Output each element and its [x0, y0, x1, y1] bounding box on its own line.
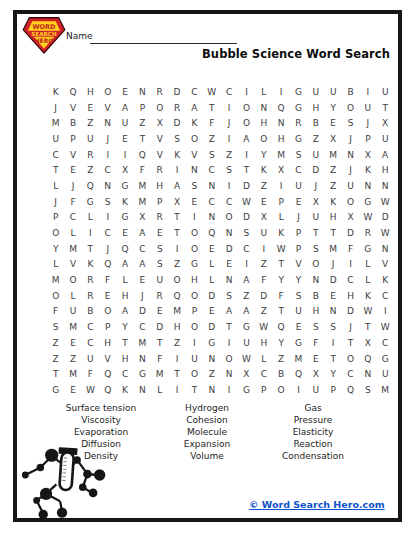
grid-cell[interactable]: J — [290, 210, 307, 226]
grid-cell[interactable]: V — [151, 147, 168, 163]
grid-cell[interactable]: H — [307, 304, 324, 320]
grid-cell[interactable]: I — [238, 147, 255, 163]
grid-cell[interactable]: J — [64, 178, 81, 194]
grid-cell[interactable]: Q — [64, 84, 81, 100]
grid-cell[interactable]: G — [47, 382, 64, 398]
grid-cell[interactable]: O — [64, 272, 81, 288]
grid-cell[interactable]: C — [82, 319, 99, 335]
grid-cell[interactable]: X — [377, 115, 394, 131]
grid-cell[interactable]: C — [134, 319, 151, 335]
grid-cell[interactable]: Z — [47, 351, 64, 367]
grid-cell[interactable]: O — [151, 100, 168, 116]
grid-cell[interactable]: U — [64, 304, 81, 320]
grid-cell[interactable]: O — [99, 304, 116, 320]
grid-cell[interactable]: F — [151, 351, 168, 367]
grid-cell[interactable]: M — [290, 351, 307, 367]
grid-cell[interactable]: H — [255, 335, 272, 351]
grid-cell[interactable]: P — [290, 225, 307, 241]
grid-cell[interactable]: Q — [99, 366, 116, 382]
grid-cell[interactable]: M — [377, 382, 394, 398]
grid-cell[interactable]: L — [64, 288, 81, 304]
grid-cell[interactable]: S — [47, 319, 64, 335]
grid-cell[interactable]: C — [99, 225, 116, 241]
grid-cell[interactable]: K — [116, 194, 133, 210]
grid-cell[interactable]: O — [272, 382, 289, 398]
grid-cell[interactable]: E — [290, 319, 307, 335]
grid-cell[interactable]: L — [64, 225, 81, 241]
grid-cell[interactable]: D — [134, 304, 151, 320]
grid-cell[interactable]: O — [342, 194, 359, 210]
grid-cell[interactable]: C — [203, 162, 220, 178]
grid-cell[interactable]: N — [220, 366, 237, 382]
grid-cell[interactable]: W — [82, 382, 99, 398]
grid-cell[interactable]: F — [272, 288, 289, 304]
grid-cell[interactable]: M — [272, 147, 289, 163]
grid-cell[interactable]: S — [325, 319, 342, 335]
grid-cell[interactable]: X — [307, 366, 324, 382]
grid-cell[interactable]: U — [82, 131, 99, 147]
grid-cell[interactable]: I — [238, 84, 255, 100]
grid-cell[interactable]: O — [220, 351, 237, 367]
grid-cell[interactable]: V — [290, 257, 307, 273]
grid-cell[interactable]: U — [151, 272, 168, 288]
grid-cell[interactable]: O — [186, 225, 203, 241]
grid-cell[interactable]: A — [116, 100, 133, 116]
grid-cell[interactable]: E — [134, 272, 151, 288]
grid-cell[interactable]: C — [377, 335, 394, 351]
grid-cell[interactable]: U — [325, 84, 342, 100]
grid-cell[interactable]: G — [238, 382, 255, 398]
grid-cell[interactable]: X — [255, 210, 272, 226]
grid-cell[interactable]: K — [168, 147, 185, 163]
grid-cell[interactable]: X — [151, 115, 168, 131]
grid-cell[interactable]: O — [186, 131, 203, 147]
grid-cell[interactable]: J — [342, 131, 359, 147]
grid-cell[interactable]: T — [342, 335, 359, 351]
grid-cell[interactable]: V — [377, 257, 394, 273]
grid-cell[interactable]: Q — [99, 257, 116, 273]
grid-cell[interactable]: A — [238, 304, 255, 320]
grid-cell[interactable]: N — [203, 210, 220, 226]
grid-cell[interactable]: L — [255, 84, 272, 100]
grid-cell[interactable]: P — [151, 194, 168, 210]
grid-cell[interactable]: U — [307, 382, 324, 398]
grid-cell[interactable]: I — [168, 382, 185, 398]
grid-cell[interactable]: Z — [82, 162, 99, 178]
grid-cell[interactable]: E — [203, 241, 220, 257]
grid-cell[interactable]: Q — [168, 288, 185, 304]
grid-cell[interactable]: T — [168, 225, 185, 241]
grid-cell[interactable]: X — [116, 162, 133, 178]
grid-cell[interactable]: V — [64, 257, 81, 273]
grid-cell[interactable]: N — [134, 382, 151, 398]
grid-cell[interactable]: D — [168, 115, 185, 131]
grid-cell[interactable]: T — [151, 335, 168, 351]
grid-cell[interactable]: G — [238, 319, 255, 335]
grid-cell[interactable]: G — [290, 84, 307, 100]
grid-cell[interactable]: Z — [64, 351, 81, 367]
grid-cell[interactable]: I — [220, 178, 237, 194]
grid-cell[interactable]: F — [99, 272, 116, 288]
grid-cell[interactable]: A — [238, 131, 255, 147]
grid-cell[interactable]: G — [203, 335, 220, 351]
grid-cell[interactable]: G — [116, 178, 133, 194]
grid-cell[interactable]: S — [307, 241, 324, 257]
grid-cell[interactable]: G — [290, 131, 307, 147]
grid-cell[interactable]: E — [255, 194, 272, 210]
grid-cell[interactable]: S — [307, 319, 324, 335]
grid-cell[interactable]: A — [186, 100, 203, 116]
grid-cell[interactable]: Q — [99, 382, 116, 398]
grid-cell[interactable]: R — [290, 115, 307, 131]
grid-cell[interactable]: E — [64, 382, 81, 398]
grid-cell[interactable]: W — [377, 319, 394, 335]
grid-cell[interactable]: K — [377, 272, 394, 288]
grid-cell[interactable]: O — [186, 319, 203, 335]
grid-cell[interactable]: H — [116, 288, 133, 304]
grid-cell[interactable]: D — [238, 210, 255, 226]
grid-cell[interactable]: Z — [307, 131, 324, 147]
grid-cell[interactable]: M — [64, 319, 81, 335]
grid-cell[interactable]: T — [307, 225, 324, 241]
grid-cell[interactable]: C — [220, 194, 237, 210]
grid-cell[interactable]: W — [377, 194, 394, 210]
grid-cell[interactable]: I — [255, 241, 272, 257]
grid-cell[interactable]: G — [377, 351, 394, 367]
grid-cell[interactable]: P — [272, 194, 289, 210]
grid-cell[interactable]: U — [359, 100, 376, 116]
grid-cell[interactable]: V — [186, 147, 203, 163]
grid-cell[interactable]: X — [238, 366, 255, 382]
grid-cell[interactable]: N — [255, 100, 272, 116]
grid-cell[interactable]: H — [151, 178, 168, 194]
grid-cell[interactable]: T — [325, 351, 342, 367]
grid-cell[interactable]: V — [99, 351, 116, 367]
grid-cell[interactable]: A — [168, 178, 185, 194]
grid-cell[interactable]: F — [255, 272, 272, 288]
grid-cell[interactable]: E — [290, 194, 307, 210]
grid-cell[interactable]: U — [307, 84, 324, 100]
grid-cell[interactable]: X — [342, 210, 359, 226]
grid-cell[interactable]: Q — [290, 366, 307, 382]
grid-cell[interactable]: I — [272, 84, 289, 100]
grid-cell[interactable]: K — [116, 382, 133, 398]
grid-cell[interactable]: C — [116, 366, 133, 382]
grid-cell[interactable]: M — [134, 194, 151, 210]
grid-cell[interactable]: C — [220, 84, 237, 100]
grid-cell[interactable]: N — [359, 366, 376, 382]
grid-cell[interactable]: I — [116, 147, 133, 163]
grid-cell[interactable]: D — [342, 225, 359, 241]
grid-cell[interactable]: S — [220, 288, 237, 304]
grid-cell[interactable]: A — [220, 304, 237, 320]
grid-cell[interactable]: Q — [272, 100, 289, 116]
grid-cell[interactable]: V — [64, 147, 81, 163]
grid-cell[interactable]: S — [203, 147, 220, 163]
grid-cell[interactable]: N — [325, 304, 342, 320]
grid-cell[interactable]: O — [47, 288, 64, 304]
grid-cell[interactable]: U — [116, 115, 133, 131]
grid-cell[interactable]: G — [82, 194, 99, 210]
grid-cell[interactable]: M — [134, 178, 151, 194]
grid-cell[interactable]: W — [255, 319, 272, 335]
grid-cell[interactable]: N — [186, 162, 203, 178]
grid-cell[interactable]: B — [307, 288, 324, 304]
grid-cell[interactable]: F — [47, 304, 64, 320]
grid-cell[interactable]: A — [238, 272, 255, 288]
grid-cell[interactable]: N — [203, 382, 220, 398]
grid-cell[interactable]: Y — [325, 366, 342, 382]
grid-cell[interactable]: N — [272, 115, 289, 131]
grid-cell[interactable]: H — [255, 115, 272, 131]
grid-cell[interactable]: L — [82, 210, 99, 226]
grid-cell[interactable]: E — [64, 162, 81, 178]
grid-cell[interactable]: L — [47, 178, 64, 194]
grid-cell[interactable]: Z — [82, 115, 99, 131]
grid-cell[interactable]: I — [377, 304, 394, 320]
grid-cell[interactable]: O — [186, 288, 203, 304]
grid-cell[interactable]: M — [325, 147, 342, 163]
grid-cell[interactable]: J — [99, 131, 116, 147]
grid-cell[interactable]: O — [238, 100, 255, 116]
grid-cell[interactable]: I — [168, 351, 185, 367]
grid-cell[interactable]: L — [151, 382, 168, 398]
grid-cell[interactable]: N — [359, 178, 376, 194]
grid-cell[interactable]: Z — [134, 115, 151, 131]
grid-cell[interactable]: Z — [255, 304, 272, 320]
grid-cell[interactable]: D — [255, 288, 272, 304]
grid-cell[interactable]: X — [307, 194, 324, 210]
grid-cell[interactable]: J — [99, 241, 116, 257]
grid-cell[interactable]: U — [377, 366, 394, 382]
grid-cell[interactable]: H — [82, 84, 99, 100]
grid-cell[interactable]: N — [134, 84, 151, 100]
grid-cell[interactable]: E — [203, 304, 220, 320]
grid-cell[interactable]: U — [186, 351, 203, 367]
grid-cell[interactable]: K — [186, 115, 203, 131]
grid-cell[interactable]: Z — [325, 162, 342, 178]
grid-cell[interactable]: K — [82, 257, 99, 273]
grid-cell[interactable]: B — [82, 304, 99, 320]
grid-cell[interactable]: T — [168, 210, 185, 226]
grid-cell[interactable]: T — [186, 382, 203, 398]
grid-cell[interactable]: Z — [203, 366, 220, 382]
grid-cell[interactable]: W — [203, 84, 220, 100]
grid-cell[interactable]: C — [186, 84, 203, 100]
grid-cell[interactable]: U — [290, 178, 307, 194]
grid-cell[interactable]: M — [325, 241, 342, 257]
grid-cell[interactable]: T — [272, 304, 289, 320]
grid-cell[interactable]: G — [359, 241, 376, 257]
grid-cell[interactable]: O — [342, 100, 359, 116]
grid-cell[interactable]: N — [99, 178, 116, 194]
grid-cell[interactable]: Y — [290, 272, 307, 288]
grid-cell[interactable]: U — [342, 178, 359, 194]
grid-cell[interactable]: T — [203, 100, 220, 116]
grid-cell[interactable]: J — [47, 194, 64, 210]
grid-cell[interactable]: Z — [47, 335, 64, 351]
grid-cell[interactable]: H — [272, 131, 289, 147]
grid-cell[interactable]: J — [342, 319, 359, 335]
grid-cell[interactable]: C — [342, 272, 359, 288]
grid-cell[interactable]: C — [203, 194, 220, 210]
grid-cell[interactable]: S — [238, 225, 255, 241]
grid-cell[interactable]: I — [186, 335, 203, 351]
grid-cell[interactable]: E — [151, 304, 168, 320]
grid-cell[interactable]: U — [290, 304, 307, 320]
grid-cell[interactable]: C — [64, 210, 81, 226]
grid-cell[interactable]: G — [359, 194, 376, 210]
grid-cell[interactable]: D — [151, 319, 168, 335]
grid-cell[interactable]: Q — [134, 147, 151, 163]
grid-cell[interactable]: Z — [325, 178, 342, 194]
grid-cell[interactable]: V — [64, 100, 81, 116]
grid-cell[interactable]: F — [82, 366, 99, 382]
grid-cell[interactable]: U — [255, 225, 272, 241]
grid-cell[interactable]: H — [307, 100, 324, 116]
grid-cell[interactable]: C — [82, 335, 99, 351]
grid-cell[interactable]: U — [377, 131, 394, 147]
grid-cell[interactable]: P — [99, 319, 116, 335]
grid-cell[interactable]: D — [325, 272, 342, 288]
word-search-hero-link[interactable]: © Word Search Hero.com — [249, 499, 385, 510]
grid-cell[interactable]: X — [272, 162, 289, 178]
grid-cell[interactable]: V — [99, 100, 116, 116]
grid-cell[interactable]: P — [359, 131, 376, 147]
grid-cell[interactable]: T — [238, 162, 255, 178]
grid-cell[interactable]: Y — [255, 147, 272, 163]
grid-cell[interactable]: X — [325, 131, 342, 147]
grid-cell[interactable]: T — [359, 319, 376, 335]
grid-cell[interactable]: B — [342, 84, 359, 100]
grid-cell[interactable]: N — [377, 241, 394, 257]
grid-cell[interactable]: H — [325, 210, 342, 226]
grid-cell[interactable]: M — [47, 272, 64, 288]
grid-cell[interactable]: X — [359, 147, 376, 163]
grid-cell[interactable]: C — [377, 288, 394, 304]
grid-cell[interactable]: K — [272, 225, 289, 241]
grid-cell[interactable]: E — [82, 100, 99, 116]
grid-cell[interactable]: M — [64, 366, 81, 382]
grid-cell[interactable]: E — [99, 288, 116, 304]
grid-cell[interactable]: W — [359, 304, 376, 320]
grid-cell[interactable]: I — [238, 257, 255, 273]
grid-cell[interactable]: Z — [238, 288, 255, 304]
grid-cell[interactable]: R — [151, 162, 168, 178]
grid-cell[interactable]: I — [168, 162, 185, 178]
grid-cell[interactable]: T — [325, 225, 342, 241]
grid-cell[interactable]: O — [255, 131, 272, 147]
grid-cell[interactable]: J — [325, 257, 342, 273]
grid-cell[interactable]: Y — [272, 272, 289, 288]
grid-cell[interactable]: K — [47, 84, 64, 100]
grid-cell[interactable]: R — [151, 210, 168, 226]
grid-cell[interactable]: D — [168, 84, 185, 100]
grid-cell[interactable]: T — [82, 241, 99, 257]
grid-cell[interactable]: D — [220, 241, 237, 257]
grid-cell[interactable]: Z — [272, 351, 289, 367]
grid-cell[interactable]: F — [307, 335, 324, 351]
grid-cell[interactable]: O — [99, 84, 116, 100]
grid-cell[interactable]: U — [307, 147, 324, 163]
grid-cell[interactable]: E — [116, 131, 133, 147]
grid-cell[interactable]: O — [168, 272, 185, 288]
grid-cell[interactable]: S — [290, 147, 307, 163]
grid-cell[interactable]: E — [116, 225, 133, 241]
grid-cell[interactable]: M — [151, 366, 168, 382]
grid-cell[interactable]: C — [47, 147, 64, 163]
grid-cell[interactable]: D — [342, 304, 359, 320]
grid-cell[interactable]: H — [342, 288, 359, 304]
grid-cell[interactable]: E — [307, 351, 324, 367]
grid-cell[interactable]: X — [359, 335, 376, 351]
grid-cell[interactable]: G — [116, 210, 133, 226]
grid-cell[interactable]: F — [203, 115, 220, 131]
grid-cell[interactable]: W — [238, 351, 255, 367]
grid-cell[interactable]: L — [255, 351, 272, 367]
grid-cell[interactable]: S — [359, 382, 376, 398]
grid-cell[interactable]: L — [47, 257, 64, 273]
grid-cell[interactable]: Y — [325, 100, 342, 116]
grid-cell[interactable]: U — [47, 131, 64, 147]
grid-cell[interactable]: D — [377, 210, 394, 226]
grid-cell[interactable]: Z — [203, 131, 220, 147]
grid-cell[interactable]: Z — [168, 257, 185, 273]
grid-cell[interactable]: S — [290, 288, 307, 304]
grid-cell[interactable]: P — [255, 382, 272, 398]
grid-cell[interactable]: A — [116, 304, 133, 320]
grid-cell[interactable]: S — [168, 131, 185, 147]
grid-cell[interactable]: G — [186, 257, 203, 273]
grid-cell[interactable]: O — [307, 257, 324, 273]
grid-cell[interactable]: S — [99, 194, 116, 210]
grid-cell[interactable]: R — [359, 225, 376, 241]
grid-cell[interactable]: N — [342, 147, 359, 163]
grid-cell[interactable]: K — [255, 162, 272, 178]
grid-cell[interactable]: R — [82, 147, 99, 163]
grid-cell[interactable]: Q — [359, 351, 376, 367]
grid-cell[interactable]: A — [134, 225, 151, 241]
grid-cell[interactable]: Z — [255, 257, 272, 273]
grid-cell[interactable]: Z — [168, 335, 185, 351]
grid-cell[interactable]: F — [64, 194, 81, 210]
grid-cell[interactable]: I — [168, 241, 185, 257]
name-fill-line[interactable] — [90, 42, 237, 44]
grid-cell[interactable]: T — [134, 131, 151, 147]
grid-cell[interactable]: J — [307, 178, 324, 194]
grid-cell[interactable]: I — [99, 210, 116, 226]
grid-cell[interactable]: I — [290, 382, 307, 398]
grid-cell[interactable]: W — [359, 210, 376, 226]
grid-cell[interactable]: D — [238, 178, 255, 194]
grid-cell[interactable]: I — [325, 335, 342, 351]
grid-cell[interactable]: K — [359, 162, 376, 178]
grid-cell[interactable]: P — [325, 382, 342, 398]
grid-cell[interactable]: V — [151, 131, 168, 147]
grid-cell[interactable]: Y — [272, 335, 289, 351]
grid-cell[interactable]: S — [186, 178, 203, 194]
grid-cell[interactable]: Q — [82, 178, 99, 194]
grid-cell[interactable]: S — [220, 162, 237, 178]
grid-cell[interactable]: N — [307, 272, 324, 288]
grid-cell[interactable]: P — [290, 241, 307, 257]
grid-cell[interactable]: Q — [203, 225, 220, 241]
grid-cell[interactable]: S — [151, 241, 168, 257]
grid-cell[interactable]: R — [82, 272, 99, 288]
grid-cell[interactable]: D — [203, 288, 220, 304]
grid-cell[interactable]: Q — [342, 382, 359, 398]
grid-cell[interactable]: T — [47, 162, 64, 178]
